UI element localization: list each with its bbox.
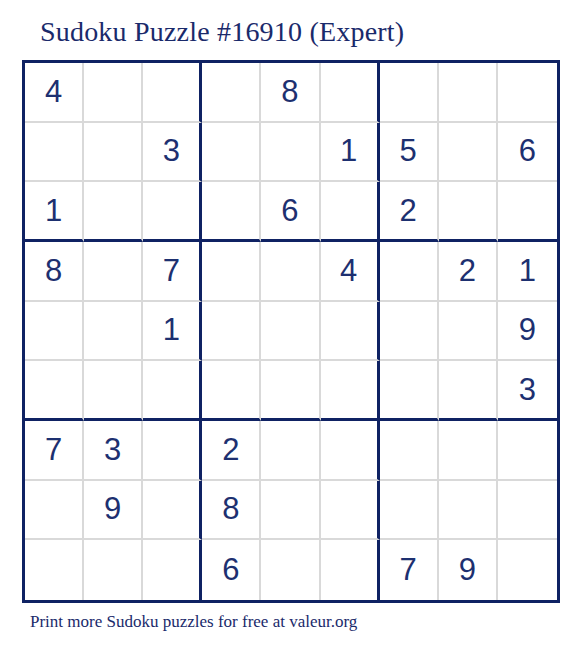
cell-r7c3[interactable] xyxy=(143,421,202,481)
cell-r1c8[interactable] xyxy=(439,63,498,123)
cell-r2c7: 5 xyxy=(380,123,439,183)
cell-r5c7[interactable] xyxy=(380,302,439,362)
cell-r4c3: 7 xyxy=(143,242,202,302)
cell-r1c7[interactable] xyxy=(380,63,439,123)
cell-r8c2: 9 xyxy=(84,481,143,541)
cell-r5c9: 9 xyxy=(498,302,557,362)
cell-r9c2[interactable] xyxy=(84,540,143,600)
cell-r9c6[interactable] xyxy=(321,540,380,600)
cell-r8c8[interactable] xyxy=(439,481,498,541)
cell-r1c4[interactable] xyxy=(202,63,261,123)
cell-r2c8[interactable] xyxy=(439,123,498,183)
cell-r1c6[interactable] xyxy=(321,63,380,123)
cell-r1c1: 4 xyxy=(25,63,84,123)
cell-r9c5[interactable] xyxy=(261,540,320,600)
cell-r1c3[interactable] xyxy=(143,63,202,123)
cell-r5c6[interactable] xyxy=(321,302,380,362)
cell-r1c2[interactable] xyxy=(84,63,143,123)
cell-r4c4[interactable] xyxy=(202,242,261,302)
cell-r8c1[interactable] xyxy=(25,481,84,541)
cell-r6c8[interactable] xyxy=(439,361,498,421)
cell-r6c9: 3 xyxy=(498,361,557,421)
cell-r2c9: 6 xyxy=(498,123,557,183)
cell-r7c6[interactable] xyxy=(321,421,380,481)
cell-r1c5: 8 xyxy=(261,63,320,123)
cell-r8c6[interactable] xyxy=(321,481,380,541)
cell-r9c3[interactable] xyxy=(143,540,202,600)
cell-r6c5[interactable] xyxy=(261,361,320,421)
cell-r9c7: 7 xyxy=(380,540,439,600)
cell-r3c1: 1 xyxy=(25,182,84,242)
cell-r3c8[interactable] xyxy=(439,182,498,242)
cell-r4c9: 1 xyxy=(498,242,557,302)
cell-r5c4[interactable] xyxy=(202,302,261,362)
cell-r3c3[interactable] xyxy=(143,182,202,242)
cell-r6c2[interactable] xyxy=(84,361,143,421)
cell-r8c9[interactable] xyxy=(498,481,557,541)
cell-r3c5: 6 xyxy=(261,182,320,242)
cell-r4c2[interactable] xyxy=(84,242,143,302)
cell-r9c4: 6 xyxy=(202,540,261,600)
cell-r6c7[interactable] xyxy=(380,361,439,421)
cell-r4c8: 2 xyxy=(439,242,498,302)
cell-r7c5[interactable] xyxy=(261,421,320,481)
cell-r8c3[interactable] xyxy=(143,481,202,541)
cell-r6c4[interactable] xyxy=(202,361,261,421)
footer-text: Print more Sudoku puzzles for free at va… xyxy=(30,612,357,632)
cell-r2c3: 3 xyxy=(143,123,202,183)
cell-r4c6: 4 xyxy=(321,242,380,302)
cell-r7c1: 7 xyxy=(25,421,84,481)
cell-r1c9[interactable] xyxy=(498,63,557,123)
cell-r3c9[interactable] xyxy=(498,182,557,242)
cell-r7c4: 2 xyxy=(202,421,261,481)
cell-r7c7[interactable] xyxy=(380,421,439,481)
cell-r5c2[interactable] xyxy=(84,302,143,362)
cell-r5c3: 1 xyxy=(143,302,202,362)
cell-r3c2[interactable] xyxy=(84,182,143,242)
cell-r5c8[interactable] xyxy=(439,302,498,362)
cell-r2c6: 1 xyxy=(321,123,380,183)
cell-r4c5[interactable] xyxy=(261,242,320,302)
cell-r3c7: 2 xyxy=(380,182,439,242)
cell-r8c5[interactable] xyxy=(261,481,320,541)
cell-r4c7[interactable] xyxy=(380,242,439,302)
cell-r6c6[interactable] xyxy=(321,361,380,421)
cell-r3c6[interactable] xyxy=(321,182,380,242)
cell-r9c9[interactable] xyxy=(498,540,557,600)
sudoku-board: 4831561628742119373298679 xyxy=(22,60,560,603)
cell-r8c7[interactable] xyxy=(380,481,439,541)
cell-r6c1[interactable] xyxy=(25,361,84,421)
cell-r9c1[interactable] xyxy=(25,540,84,600)
cell-r2c2[interactable] xyxy=(84,123,143,183)
page-title: Sudoku Puzzle #16910 (Expert) xyxy=(40,16,404,48)
cell-r5c1[interactable] xyxy=(25,302,84,362)
cell-r7c2: 3 xyxy=(84,421,143,481)
cell-r4c1: 8 xyxy=(25,242,84,302)
cell-r2c1[interactable] xyxy=(25,123,84,183)
cell-r3c4[interactable] xyxy=(202,182,261,242)
cell-r2c5[interactable] xyxy=(261,123,320,183)
cell-r7c9[interactable] xyxy=(498,421,557,481)
cell-r9c8: 9 xyxy=(439,540,498,600)
cell-r8c4: 8 xyxy=(202,481,261,541)
cell-r6c3[interactable] xyxy=(143,361,202,421)
cell-r2c4[interactable] xyxy=(202,123,261,183)
cell-r5c5[interactable] xyxy=(261,302,320,362)
cell-r7c8[interactable] xyxy=(439,421,498,481)
